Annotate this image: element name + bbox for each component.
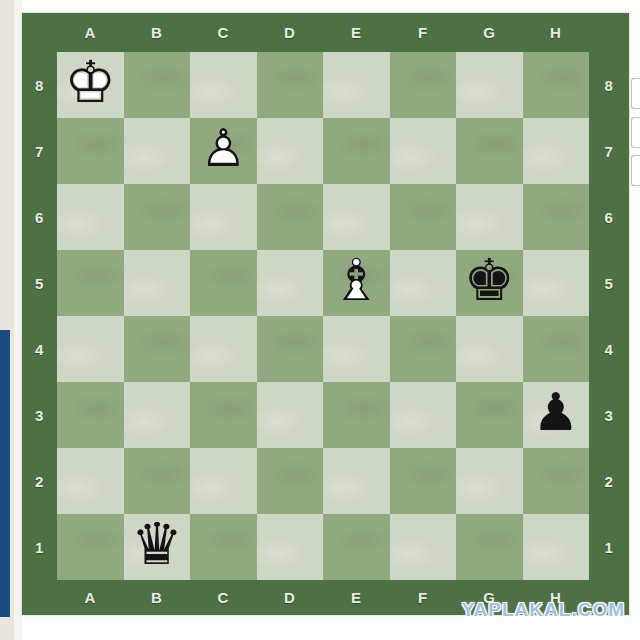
rank-label-2: 2 — [589, 448, 629, 514]
square-a6 — [57, 184, 124, 250]
square-h5 — [523, 250, 590, 316]
square-d6 — [257, 184, 324, 250]
square-h6 — [523, 184, 590, 250]
file-label-C: C — [190, 13, 257, 52]
square-b1: ♕♛ — [124, 514, 191, 580]
file-label-D: D — [257, 580, 324, 615]
square-b2 — [124, 448, 191, 514]
watermark: YAPLAKAL.COM — [462, 599, 625, 621]
sidebar-blue-bar — [0, 330, 10, 617]
chess-board: ABCDEFGH ABCDEFGH 87654321 87654321 ♚♔♟♙… — [22, 13, 629, 615]
square-g6 — [456, 184, 523, 250]
square-d5 — [257, 250, 324, 316]
square-f3 — [390, 382, 457, 448]
black-king: ♔♚ — [456, 250, 523, 316]
rank-labels-left: 87654321 — [22, 52, 57, 580]
square-c2 — [190, 448, 257, 514]
square-g2 — [456, 448, 523, 514]
black-queen: ♕♛ — [124, 514, 191, 580]
square-g8 — [456, 52, 523, 118]
square-h1 — [523, 514, 590, 580]
square-c6 — [190, 184, 257, 250]
square-f4 — [390, 316, 457, 382]
square-g3 — [456, 382, 523, 448]
square-b6 — [124, 184, 191, 250]
file-labels-top: ABCDEFGH — [57, 13, 589, 52]
board-squares: ♚♔♟♙♝♗♔♚♙♟♕♛ — [57, 52, 589, 580]
square-d3 — [257, 382, 324, 448]
square-a3 — [57, 382, 124, 448]
rank-label-7: 7 — [589, 118, 629, 184]
square-c1 — [190, 514, 257, 580]
square-d7 — [257, 118, 324, 184]
cropped-ui-fragment — [631, 117, 640, 148]
square-f2 — [390, 448, 457, 514]
rank-label-1: 1 — [22, 514, 57, 580]
square-a1 — [57, 514, 124, 580]
file-label-E: E — [323, 580, 390, 615]
square-h7 — [523, 118, 590, 184]
square-h3: ♙♟ — [523, 382, 590, 448]
square-e7 — [323, 118, 390, 184]
white-king: ♚♔ — [57, 52, 124, 118]
square-e8 — [323, 52, 390, 118]
file-label-H: H — [523, 13, 590, 52]
square-a2 — [57, 448, 124, 514]
square-d8 — [257, 52, 324, 118]
square-c7: ♟♙ — [190, 118, 257, 184]
file-label-C: C — [190, 580, 257, 615]
square-h8 — [523, 52, 590, 118]
rank-label-3: 3 — [589, 382, 629, 448]
square-e2 — [323, 448, 390, 514]
square-b8 — [124, 52, 191, 118]
square-d1 — [257, 514, 324, 580]
rank-label-4: 4 — [589, 316, 629, 382]
rank-label-8: 8 — [22, 52, 57, 118]
square-b5 — [124, 250, 191, 316]
square-a7 — [57, 118, 124, 184]
square-f6 — [390, 184, 457, 250]
rank-label-6: 6 — [589, 184, 629, 250]
square-g7 — [456, 118, 523, 184]
square-f1 — [390, 514, 457, 580]
file-label-B: B — [124, 13, 191, 52]
white-pawn: ♟♙ — [190, 118, 257, 184]
file-label-A: A — [57, 13, 124, 52]
rank-label-5: 5 — [22, 250, 57, 316]
black-pawn: ♙♟ — [523, 382, 590, 448]
file-label-F: F — [390, 580, 457, 615]
square-e5: ♝♗ — [323, 250, 390, 316]
square-h4 — [523, 316, 590, 382]
square-d4 — [257, 316, 324, 382]
square-g1 — [456, 514, 523, 580]
cropped-ui-fragment — [631, 155, 640, 186]
file-label-D: D — [257, 13, 324, 52]
square-b7 — [124, 118, 191, 184]
rank-label-4: 4 — [22, 316, 57, 382]
rank-label-6: 6 — [22, 184, 57, 250]
rank-label-3: 3 — [22, 382, 57, 448]
square-a5 — [57, 250, 124, 316]
square-h2 — [523, 448, 590, 514]
rank-label-1: 1 — [589, 514, 629, 580]
rank-labels-right: 87654321 — [589, 52, 629, 580]
square-c5 — [190, 250, 257, 316]
rank-label-5: 5 — [589, 250, 629, 316]
square-e3 — [323, 382, 390, 448]
square-a4 — [57, 316, 124, 382]
square-d2 — [257, 448, 324, 514]
square-f8 — [390, 52, 457, 118]
square-e1 — [323, 514, 390, 580]
rank-label-8: 8 — [589, 52, 629, 118]
rank-label-2: 2 — [22, 448, 57, 514]
file-label-B: B — [124, 580, 191, 615]
square-c8 — [190, 52, 257, 118]
square-b3 — [124, 382, 191, 448]
square-e6 — [323, 184, 390, 250]
file-label-A: A — [57, 580, 124, 615]
square-g5: ♔♚ — [456, 250, 523, 316]
white-bishop: ♝♗ — [323, 250, 390, 316]
square-c3 — [190, 382, 257, 448]
file-label-G: G — [456, 13, 523, 52]
square-a8: ♚♔ — [57, 52, 124, 118]
square-f5 — [390, 250, 457, 316]
square-g4 — [456, 316, 523, 382]
page-left-margin-inner — [14, 0, 22, 640]
file-label-F: F — [390, 13, 457, 52]
square-e4 — [323, 316, 390, 382]
cropped-ui-fragment — [631, 78, 640, 109]
rank-label-7: 7 — [22, 118, 57, 184]
square-c4 — [190, 316, 257, 382]
square-f7 — [390, 118, 457, 184]
file-label-E: E — [323, 13, 390, 52]
square-b4 — [124, 316, 191, 382]
